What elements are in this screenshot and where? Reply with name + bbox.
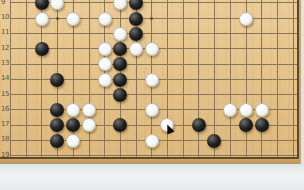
row-label: 9 — [1, 0, 10, 6]
right-background-sliver — [301, 0, 304, 164]
white-stone-marked — [160, 118, 174, 132]
white-stone — [145, 73, 159, 87]
grid-line-horizontal — [10, 155, 298, 156]
black-stone — [192, 118, 206, 132]
white-stone — [239, 12, 253, 26]
white-stone — [66, 134, 80, 148]
white-stone — [239, 103, 253, 117]
black-stone — [50, 134, 64, 148]
grid-line-horizontal — [10, 33, 298, 34]
app-screen: 910111213141516171819 — [0, 0, 304, 190]
white-stone — [255, 103, 269, 117]
star-point — [56, 17, 59, 20]
white-stone — [66, 12, 80, 26]
white-stone — [145, 103, 159, 117]
white-stone — [145, 134, 159, 148]
white-stone — [98, 57, 112, 71]
row-label: 12 — [1, 45, 10, 52]
white-stone — [129, 42, 143, 56]
row-label: 15 — [1, 91, 10, 98]
white-stone — [98, 12, 112, 26]
row-label: 16 — [1, 106, 10, 113]
white-stone — [98, 42, 112, 56]
row-label: 13 — [1, 60, 10, 67]
row-label: 14 — [1, 75, 10, 82]
row-label: 11 — [1, 29, 10, 36]
row-label: 19 — [1, 152, 10, 159]
black-stone — [35, 42, 49, 56]
black-stone — [129, 12, 143, 26]
white-stone — [35, 12, 49, 26]
background-area-below-board — [0, 164, 304, 190]
black-stone — [255, 118, 269, 132]
white-stone — [82, 103, 96, 117]
black-stone — [129, 27, 143, 41]
go-board[interactable]: 910111213141516171819 — [0, 0, 301, 164]
black-stone — [113, 88, 127, 102]
white-stone — [145, 42, 159, 56]
black-stone — [113, 73, 127, 87]
grid-line-horizontal — [10, 18, 298, 19]
black-stone — [207, 134, 221, 148]
row-label: 10 — [1, 14, 10, 21]
black-stone — [50, 73, 64, 87]
grid-line-horizontal — [10, 64, 298, 65]
row-label: 17 — [1, 121, 10, 128]
white-stone — [98, 73, 112, 87]
grid-line-horizontal — [10, 94, 298, 95]
row-label: 18 — [1, 136, 10, 143]
white-stone — [113, 27, 127, 41]
